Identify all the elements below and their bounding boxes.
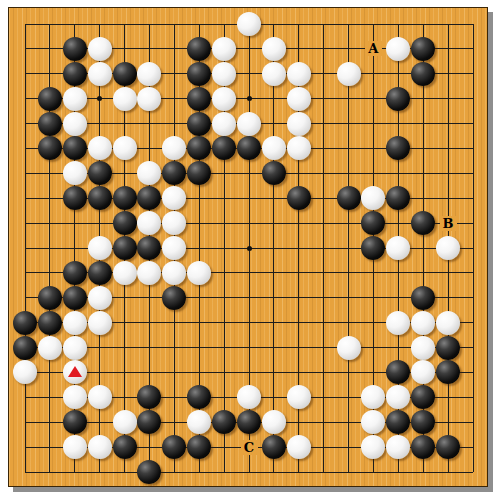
white-stone bbox=[361, 385, 385, 409]
white-stone bbox=[63, 336, 87, 360]
black-stone bbox=[137, 186, 161, 210]
white-stone bbox=[287, 385, 311, 409]
black-stone bbox=[38, 87, 62, 111]
black-stone bbox=[113, 236, 137, 260]
black-stone bbox=[187, 385, 211, 409]
white-stone bbox=[162, 236, 186, 260]
black-stone bbox=[63, 261, 87, 285]
white-stone bbox=[88, 385, 112, 409]
star-point bbox=[247, 96, 252, 101]
black-stone bbox=[187, 136, 211, 160]
black-stone bbox=[411, 410, 435, 434]
white-stone bbox=[337, 62, 361, 86]
white-stone bbox=[287, 435, 311, 459]
black-stone bbox=[113, 435, 137, 459]
white-stone bbox=[361, 435, 385, 459]
point-label-B: B bbox=[440, 216, 457, 231]
black-stone bbox=[386, 186, 410, 210]
white-stone bbox=[137, 261, 161, 285]
black-stone bbox=[386, 136, 410, 160]
black-stone bbox=[411, 62, 435, 86]
black-stone bbox=[63, 286, 87, 310]
white-stone bbox=[262, 410, 286, 434]
white-stone bbox=[287, 136, 311, 160]
white-stone bbox=[212, 87, 236, 111]
go-app-window: ABC bbox=[0, 0, 500, 500]
black-stone bbox=[262, 161, 286, 185]
white-stone bbox=[88, 62, 112, 86]
white-stone bbox=[212, 62, 236, 86]
white-stone bbox=[63, 311, 87, 335]
black-stone bbox=[137, 460, 161, 484]
white-stone bbox=[88, 236, 112, 260]
black-stone bbox=[38, 286, 62, 310]
black-stone bbox=[38, 112, 62, 136]
white-stone bbox=[88, 136, 112, 160]
black-stone bbox=[361, 236, 385, 260]
black-stone bbox=[13, 311, 37, 335]
black-stone bbox=[13, 336, 37, 360]
black-stone bbox=[187, 112, 211, 136]
white-stone bbox=[162, 186, 186, 210]
white-stone bbox=[287, 112, 311, 136]
white-stone bbox=[212, 37, 236, 61]
white-stone bbox=[63, 112, 87, 136]
black-stone bbox=[287, 186, 311, 210]
white-stone bbox=[187, 410, 211, 434]
black-stone bbox=[63, 37, 87, 61]
white-stone bbox=[137, 161, 161, 185]
black-stone bbox=[88, 186, 112, 210]
black-stone bbox=[337, 186, 361, 210]
white-stone bbox=[63, 161, 87, 185]
black-stone bbox=[38, 136, 62, 160]
white-stone bbox=[411, 336, 435, 360]
white-stone bbox=[63, 435, 87, 459]
grid-line-vertical bbox=[348, 24, 349, 472]
black-stone bbox=[436, 435, 460, 459]
white-stone bbox=[386, 385, 410, 409]
white-stone bbox=[386, 37, 410, 61]
black-stone bbox=[88, 261, 112, 285]
white-stone bbox=[162, 261, 186, 285]
black-stone bbox=[63, 186, 87, 210]
white-stone bbox=[262, 136, 286, 160]
black-stone bbox=[137, 385, 161, 409]
black-stone bbox=[262, 435, 286, 459]
black-stone bbox=[411, 385, 435, 409]
white-stone bbox=[88, 435, 112, 459]
white-stone bbox=[137, 211, 161, 235]
black-stone bbox=[88, 161, 112, 185]
black-stone bbox=[411, 37, 435, 61]
grid-line-vertical bbox=[323, 24, 324, 472]
black-stone bbox=[411, 286, 435, 310]
white-stone bbox=[386, 236, 410, 260]
black-stone bbox=[411, 211, 435, 235]
black-stone bbox=[212, 410, 236, 434]
white-stone bbox=[237, 385, 261, 409]
white-stone bbox=[113, 261, 137, 285]
white-stone bbox=[287, 62, 311, 86]
white-stone bbox=[237, 112, 261, 136]
white-stone bbox=[162, 211, 186, 235]
black-stone bbox=[137, 410, 161, 434]
grid-line-horizontal bbox=[25, 347, 473, 348]
white-stone bbox=[237, 12, 261, 36]
white-stone bbox=[212, 112, 236, 136]
go-board[interactable]: ABC bbox=[8, 7, 488, 487]
star-point bbox=[97, 96, 102, 101]
triangle-marker-icon bbox=[68, 366, 82, 377]
white-stone bbox=[88, 311, 112, 335]
black-stone bbox=[162, 161, 186, 185]
black-stone bbox=[63, 136, 87, 160]
black-stone bbox=[38, 311, 62, 335]
white-stone bbox=[63, 87, 87, 111]
white-stone bbox=[411, 311, 435, 335]
white-stone bbox=[13, 360, 37, 384]
black-stone bbox=[386, 360, 410, 384]
black-stone bbox=[162, 286, 186, 310]
black-stone bbox=[212, 136, 236, 160]
white-stone bbox=[63, 385, 87, 409]
black-stone bbox=[162, 435, 186, 459]
grid-line-vertical bbox=[273, 24, 274, 472]
black-stone bbox=[187, 37, 211, 61]
white-stone bbox=[162, 136, 186, 160]
black-stone bbox=[187, 62, 211, 86]
white-stone bbox=[88, 286, 112, 310]
black-stone bbox=[137, 236, 161, 260]
black-stone bbox=[63, 62, 87, 86]
white-stone bbox=[386, 311, 410, 335]
white-stone bbox=[113, 410, 137, 434]
grid-line-horizontal bbox=[25, 472, 473, 473]
star-point bbox=[247, 246, 252, 251]
black-stone bbox=[361, 211, 385, 235]
black-stone bbox=[113, 211, 137, 235]
white-stone bbox=[436, 236, 460, 260]
black-stone bbox=[113, 62, 137, 86]
white-stone bbox=[88, 37, 112, 61]
white-stone bbox=[386, 435, 410, 459]
black-stone bbox=[187, 161, 211, 185]
point-label-A: A bbox=[365, 41, 382, 56]
white-stone bbox=[287, 87, 311, 111]
white-stone bbox=[137, 87, 161, 111]
white-stone bbox=[337, 336, 361, 360]
white-stone bbox=[262, 62, 286, 86]
black-stone bbox=[436, 360, 460, 384]
white-stone bbox=[113, 136, 137, 160]
white-stone bbox=[137, 62, 161, 86]
black-stone bbox=[187, 87, 211, 111]
point-label-C: C bbox=[241, 440, 258, 455]
black-stone bbox=[386, 410, 410, 434]
black-stone bbox=[436, 336, 460, 360]
black-stone bbox=[187, 435, 211, 459]
black-stone bbox=[411, 435, 435, 459]
white-stone bbox=[113, 87, 137, 111]
white-stone bbox=[361, 186, 385, 210]
black-stone bbox=[237, 136, 261, 160]
white-stone bbox=[262, 37, 286, 61]
black-stone bbox=[113, 186, 137, 210]
white-stone bbox=[411, 360, 435, 384]
white-stone bbox=[38, 336, 62, 360]
grid-line-vertical bbox=[473, 24, 474, 472]
black-stone bbox=[386, 87, 410, 111]
white-stone bbox=[436, 311, 460, 335]
white-stone bbox=[361, 410, 385, 434]
black-stone bbox=[63, 410, 87, 434]
white-stone bbox=[187, 261, 211, 285]
black-stone bbox=[237, 410, 261, 434]
